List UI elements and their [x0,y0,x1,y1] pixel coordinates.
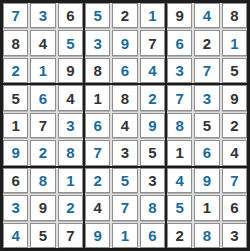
cell-r3c5[interactable]: 6 [112,58,137,83]
cell-r7c1[interactable]: 6 [3,168,28,193]
cell-r7c9[interactable]: 7 [222,168,247,193]
cell-r6c5[interactable]: 3 [112,140,137,165]
cell-r1c2[interactable]: 3 [30,3,55,28]
cell-r3c2[interactable]: 1 [30,58,55,83]
cell-r8c1[interactable]: 3 [3,195,28,220]
cell-r9c7[interactable]: 2 [167,223,192,248]
cell-r3c1[interactable]: 2 [3,58,28,83]
cell-r6c2[interactable]: 2 [30,140,55,165]
cell-r4c2[interactable]: 6 [30,85,55,110]
cell-r7c6[interactable]: 3 [140,168,165,193]
cell-r2c7[interactable]: 6 [167,30,192,55]
cell-r4c4[interactable]: 1 [85,85,110,110]
cell-r2c3[interactable]: 5 [58,30,83,55]
cell-r8c4[interactable]: 4 [85,195,110,220]
cell-r4c6[interactable]: 2 [140,85,165,110]
cell-r9c1[interactable]: 4 [3,223,28,248]
cell-r3c6[interactable]: 4 [140,58,165,83]
cell-r8c6[interactable]: 8 [140,195,165,220]
cell-r6c3[interactable]: 8 [58,140,83,165]
cell-r7c8[interactable]: 9 [194,168,219,193]
box-7: 253478916 [85,168,165,248]
cell-r2c4[interactable]: 3 [85,30,110,55]
cell-r5c7[interactable]: 8 [167,113,192,138]
cell-r4c8[interactable]: 3 [194,85,219,110]
box-5: 739852164 [167,85,247,165]
cell-r2c8[interactable]: 2 [194,30,219,55]
cell-r8c7[interactable]: 5 [167,195,192,220]
cell-r2c2[interactable]: 4 [30,30,55,55]
cell-r5c3[interactable]: 3 [58,113,83,138]
cell-r4c9[interactable]: 9 [222,85,247,110]
cell-r9c3[interactable]: 7 [58,223,83,248]
cell-r4c7[interactable]: 7 [167,85,192,110]
cell-r4c3[interactable]: 4 [58,85,83,110]
cell-r1c3[interactable]: 6 [58,3,83,28]
cell-r5c6[interactable]: 9 [140,113,165,138]
cell-r5c2[interactable]: 7 [30,113,55,138]
cell-r6c7[interactable]: 1 [167,140,192,165]
cell-r2c1[interactable]: 8 [3,30,28,55]
cell-r3c7[interactable]: 3 [167,58,192,83]
cell-r9c4[interactable]: 9 [85,223,110,248]
cell-r7c4[interactable]: 2 [85,168,110,193]
cell-r6c6[interactable]: 5 [140,140,165,165]
cell-r6c9[interactable]: 4 [222,140,247,165]
cell-r7c7[interactable]: 4 [167,168,192,193]
box-4: 182649735 [85,85,165,165]
box-1: 521397864 [85,3,165,83]
cell-r8c3[interactable]: 2 [58,195,83,220]
cell-r2c9[interactable]: 1 [222,30,247,55]
cell-r1c9[interactable]: 8 [222,3,247,28]
cell-r8c8[interactable]: 1 [194,195,219,220]
cell-r1c8[interactable]: 4 [194,3,219,28]
cell-r9c2[interactable]: 5 [30,223,55,248]
cell-r1c6[interactable]: 1 [140,3,165,28]
cell-r1c1[interactable]: 7 [3,3,28,28]
cell-r2c6[interactable]: 7 [140,30,165,55]
cell-r5c1[interactable]: 1 [3,113,28,138]
cell-r5c5[interactable]: 4 [112,113,137,138]
cell-r6c4[interactable]: 7 [85,140,110,165]
cell-r7c3[interactable]: 1 [58,168,83,193]
box-6: 681392457 [3,168,83,248]
cell-r9c5[interactable]: 1 [112,223,137,248]
cell-r2c5[interactable]: 9 [112,30,137,55]
box-3: 564173928 [3,85,83,165]
box-8: 497516283 [167,168,247,248]
cell-r4c5[interactable]: 8 [112,85,137,110]
cell-r5c9[interactable]: 2 [222,113,247,138]
cell-r1c4[interactable]: 5 [85,3,110,28]
cell-r4c1[interactable]: 5 [3,85,28,110]
cell-r5c4[interactable]: 6 [85,113,110,138]
cell-r3c9[interactable]: 5 [222,58,247,83]
cell-r9c6[interactable]: 6 [140,223,165,248]
cell-r5c8[interactable]: 5 [194,113,219,138]
cell-r9c9[interactable]: 3 [222,223,247,248]
cell-r7c2[interactable]: 8 [30,168,55,193]
cell-r8c2[interactable]: 9 [30,195,55,220]
box-2: 948621375 [167,3,247,83]
cell-r9c8[interactable]: 8 [194,223,219,248]
cell-r7c5[interactable]: 5 [112,168,137,193]
sudoku-board: 736845219 521397864 948621375 564173928 … [0,0,250,251]
cell-r3c4[interactable]: 8 [85,58,110,83]
cell-r8c5[interactable]: 7 [112,195,137,220]
cell-r3c3[interactable]: 9 [58,58,83,83]
cell-r8c9[interactable]: 6 [222,195,247,220]
cell-r6c8[interactable]: 6 [194,140,219,165]
box-0: 736845219 [3,3,83,83]
cell-r1c7[interactable]: 9 [167,3,192,28]
cell-r1c5[interactable]: 2 [112,3,137,28]
cell-r6c1[interactable]: 9 [3,140,28,165]
cell-r3c8[interactable]: 7 [194,58,219,83]
